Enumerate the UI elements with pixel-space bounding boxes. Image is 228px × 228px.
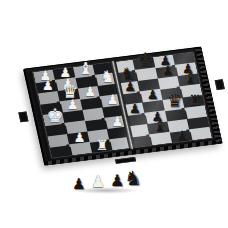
- piece-wP[interactable]: ♟: [111, 115, 123, 128]
- latch-tab-bottom: [115, 157, 136, 164]
- piece-bP[interactable]: ♟: [176, 129, 188, 142]
- piece-wK[interactable]: ♚: [46, 106, 63, 125]
- piece-wP[interactable]: ♟: [67, 98, 79, 111]
- piece-bP[interactable]: ♟: [162, 64, 174, 77]
- piece-bQ[interactable]: ♛: [167, 92, 183, 110]
- piece-bP[interactable]: ♟: [147, 88, 159, 101]
- captured-piece-bP[interactable]: ♟: [110, 173, 124, 189]
- chess-board-scene: ♟♟♝♚♟♟♟♞♞♟♟♛♟♟♝♟♟♟♚♟♛♜♟♟♟♝♜♟: [33, 52, 212, 158]
- product-photo-chess-set: ♟♟♝♚♟♟♟♞♞♟♟♛♟♟♝♟♟♟♚♟♛♜♟♟♟♝♜♟ ♟♟♟♞: [0, 0, 228, 228]
- captured-piece-wP[interactable]: ♟: [91, 174, 105, 190]
- piece-wP[interactable]: ♟: [42, 79, 54, 92]
- piece-bP[interactable]: ♟: [129, 102, 141, 115]
- hinge-tab-left: [18, 112, 28, 123]
- piece-wP[interactable]: ♟: [84, 85, 96, 98]
- piece-bR[interactable]: ♜: [189, 93, 202, 107]
- square-r7c2[interactable]: ♜: [90, 140, 112, 153]
- piece-wN[interactable]: ♞: [101, 69, 115, 85]
- piece-bP[interactable]: ♟: [124, 80, 136, 93]
- piece-wR[interactable]: ♜: [96, 138, 109, 152]
- piece-wB[interactable]: ♝: [78, 61, 92, 77]
- captured-piece-bN[interactable]: ♞: [124, 168, 142, 188]
- piece-wP[interactable]: ♟: [74, 131, 86, 144]
- piece-bB[interactable]: ♝: [183, 70, 197, 86]
- piece-bB[interactable]: ♝: [152, 118, 166, 134]
- captured-piece-bP[interactable]: ♟: [72, 177, 85, 192]
- board-grid: ♟♟♝♚♟♟♟♞♞♟♟♛♟♟♝♟♟♟♚♟♛♜♟♟♟♝♜♟: [33, 52, 212, 158]
- piece-bK[interactable]: ♚: [137, 50, 154, 69]
- hinge-tab-right: [215, 79, 225, 90]
- piece-wP[interactable]: ♟: [107, 93, 119, 106]
